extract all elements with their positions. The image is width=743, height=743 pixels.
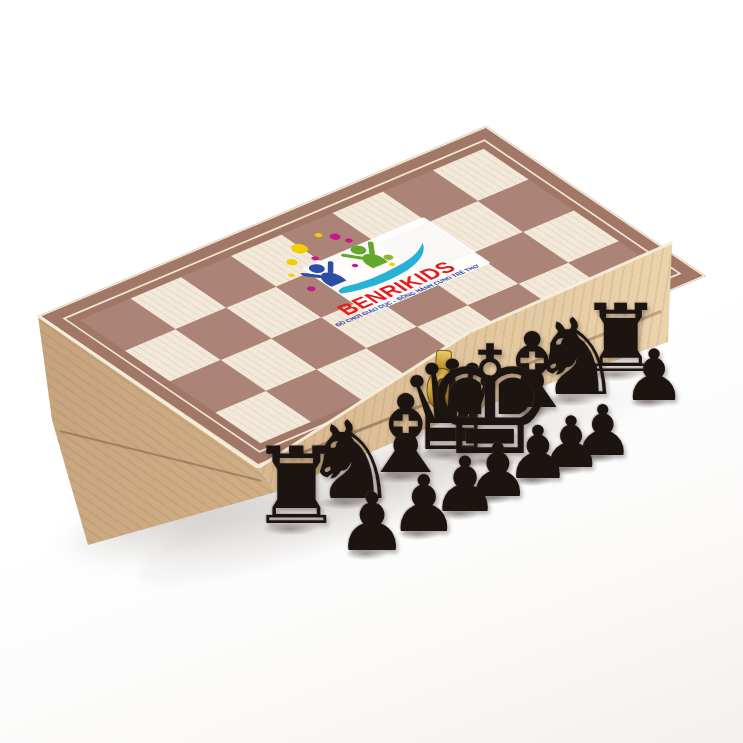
product-photo-scene: BENRIKIDS ĐỒ CHƠI GIÁO DỤC – ĐỒNG HÀNH C… [0,0,743,743]
chess-piece-rook: ♜ [248,434,343,540]
person-blue-icon [298,259,353,289]
logo-dot-icon [286,273,295,278]
logo-dot-icon [304,285,316,292]
chess-piece-pawn: ♟ [336,483,408,563]
person-green-icon [339,241,394,271]
